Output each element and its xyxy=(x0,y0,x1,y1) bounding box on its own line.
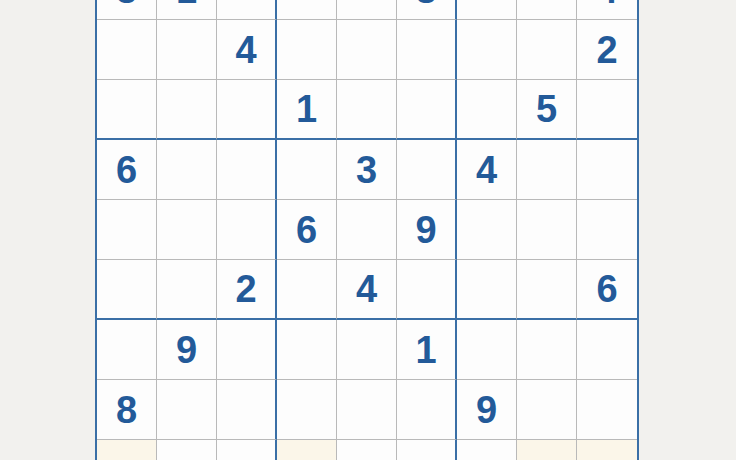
given-digit: 1 xyxy=(176,0,197,9)
cell-r1c9[interactable]: 4 xyxy=(577,0,637,20)
cell-r3c8[interactable]: 5 xyxy=(517,80,577,140)
cell-r8c3[interactable] xyxy=(217,380,277,440)
cell-r9c5[interactable] xyxy=(337,440,397,460)
cell-r4c9[interactable] xyxy=(577,140,637,200)
cell-r1c5[interactable] xyxy=(337,0,397,20)
cell-r1c3[interactable] xyxy=(217,0,277,20)
cell-r6c1[interactable] xyxy=(97,260,157,320)
cell-r3c6[interactable] xyxy=(397,80,457,140)
cell-r6c3[interactable]: 2 xyxy=(217,260,277,320)
cell-r5c5[interactable] xyxy=(337,200,397,260)
cell-r9c9[interactable] xyxy=(577,440,637,460)
cell-r3c3[interactable] xyxy=(217,80,277,140)
cell-r2c3[interactable]: 4 xyxy=(217,20,277,80)
cell-r5c3[interactable] xyxy=(217,200,277,260)
cell-r2c5[interactable] xyxy=(337,20,397,80)
cell-r7c7[interactable] xyxy=(457,320,517,380)
given-digit: 6 xyxy=(596,270,617,308)
cell-r5c8[interactable] xyxy=(517,200,577,260)
cell-r5c9[interactable] xyxy=(577,200,637,260)
given-digit: 4 xyxy=(235,31,256,69)
cell-r3c2[interactable] xyxy=(157,80,217,140)
given-digit: 2 xyxy=(596,31,617,69)
cell-r2c9[interactable]: 2 xyxy=(577,20,637,80)
cell-r4c3[interactable] xyxy=(217,140,277,200)
cell-r4c6[interactable] xyxy=(397,140,457,200)
given-digit: 1 xyxy=(296,90,317,128)
sudoku-board: 31844215634692469189 xyxy=(95,0,639,460)
cell-r6c4[interactable] xyxy=(277,260,337,320)
cell-r8c4[interactable] xyxy=(277,380,337,440)
cell-r4c8[interactable] xyxy=(517,140,577,200)
cell-r6c8[interactable] xyxy=(517,260,577,320)
cell-r6c5[interactable]: 4 xyxy=(337,260,397,320)
cell-r7c2[interactable]: 9 xyxy=(157,320,217,380)
cell-r8c9[interactable] xyxy=(577,380,637,440)
cell-r8c7[interactable]: 9 xyxy=(457,380,517,440)
cell-r4c2[interactable] xyxy=(157,140,217,200)
cell-r5c4[interactable]: 6 xyxy=(277,200,337,260)
cell-r6c6[interactable] xyxy=(397,260,457,320)
cell-r6c2[interactable] xyxy=(157,260,217,320)
cell-r2c1[interactable] xyxy=(97,20,157,80)
cell-r9c6[interactable] xyxy=(397,440,457,460)
cell-r5c7[interactable] xyxy=(457,200,517,260)
given-digit: 4 xyxy=(356,270,377,308)
given-digit: 9 xyxy=(415,211,436,249)
cell-r1c1[interactable]: 3 xyxy=(97,0,157,20)
cell-r9c7[interactable] xyxy=(457,440,517,460)
cell-r3c4[interactable]: 1 xyxy=(277,80,337,140)
cell-r8c1[interactable]: 8 xyxy=(97,380,157,440)
page-background: 31844215634692469189 xyxy=(0,0,736,460)
cell-r3c9[interactable] xyxy=(577,80,637,140)
cell-r7c4[interactable] xyxy=(277,320,337,380)
cell-r4c7[interactable]: 4 xyxy=(457,140,517,200)
cell-r8c2[interactable] xyxy=(157,380,217,440)
given-digit: 4 xyxy=(476,151,497,189)
cell-r5c2[interactable] xyxy=(157,200,217,260)
cell-r7c5[interactable] xyxy=(337,320,397,380)
cell-r1c4[interactable] xyxy=(277,0,337,20)
cell-r5c1[interactable] xyxy=(97,200,157,260)
cell-r7c9[interactable] xyxy=(577,320,637,380)
cell-r9c1[interactable] xyxy=(97,440,157,460)
given-digit: 8 xyxy=(116,391,137,429)
cell-r9c4[interactable] xyxy=(277,440,337,460)
given-digit: 1 xyxy=(415,331,436,369)
given-digit: 6 xyxy=(116,151,137,189)
cell-r1c6[interactable]: 8 xyxy=(397,0,457,20)
cell-r6c7[interactable] xyxy=(457,260,517,320)
cell-r7c3[interactable] xyxy=(217,320,277,380)
cell-r8c5[interactable] xyxy=(337,380,397,440)
cell-r4c1[interactable]: 6 xyxy=(97,140,157,200)
given-digit: 9 xyxy=(176,331,197,369)
cell-r6c9[interactable]: 6 xyxy=(577,260,637,320)
cell-r1c2[interactable]: 1 xyxy=(157,0,217,20)
given-digit: 4 xyxy=(596,0,617,9)
cell-r2c6[interactable] xyxy=(397,20,457,80)
given-digit: 6 xyxy=(296,211,317,249)
cell-r9c3[interactable] xyxy=(217,440,277,460)
cell-r2c4[interactable] xyxy=(277,20,337,80)
given-digit: 3 xyxy=(356,151,377,189)
cell-r2c8[interactable] xyxy=(517,20,577,80)
cell-r8c6[interactable] xyxy=(397,380,457,440)
given-digit: 9 xyxy=(476,391,497,429)
cell-r1c8[interactable] xyxy=(517,0,577,20)
cell-r7c8[interactable] xyxy=(517,320,577,380)
cell-r3c1[interactable] xyxy=(97,80,157,140)
cell-r7c1[interactable] xyxy=(97,320,157,380)
given-digit: 3 xyxy=(116,0,137,9)
cell-r9c2[interactable] xyxy=(157,440,217,460)
cell-r4c5[interactable]: 3 xyxy=(337,140,397,200)
given-digit: 5 xyxy=(536,90,557,128)
cell-r2c2[interactable] xyxy=(157,20,217,80)
given-digit: 8 xyxy=(415,0,436,9)
cell-r2c7[interactable] xyxy=(457,20,517,80)
cell-r7c6[interactable]: 1 xyxy=(397,320,457,380)
cell-r3c5[interactable] xyxy=(337,80,397,140)
cell-r8c8[interactable] xyxy=(517,380,577,440)
given-digit: 2 xyxy=(235,270,256,308)
cell-r5c6[interactable]: 9 xyxy=(397,200,457,260)
cell-r3c7[interactable] xyxy=(457,80,517,140)
cell-r4c4[interactable] xyxy=(277,140,337,200)
cell-r9c8[interactable] xyxy=(517,440,577,460)
cell-r1c7[interactable] xyxy=(457,0,517,20)
